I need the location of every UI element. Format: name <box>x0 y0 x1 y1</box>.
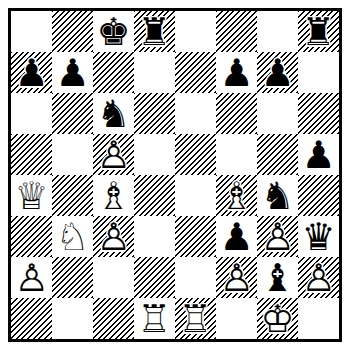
square-e2[interactable] <box>175 257 216 298</box>
white-queen-icon: ♕ <box>11 175 52 216</box>
square-e4[interactable] <box>175 175 216 216</box>
piece-white-king[interactable]: ♚♔ <box>257 298 298 339</box>
square-g2[interactable]: ♝♝ <box>257 257 298 298</box>
square-g3[interactable]: ♟♙ <box>257 216 298 257</box>
square-g1[interactable]: ♚♔ <box>257 298 298 339</box>
black-pawn-icon: ♟ <box>216 216 257 257</box>
square-h7[interactable] <box>298 52 339 93</box>
black-king-icon: ♚ <box>93 11 134 52</box>
black-pawn-icon: ♟ <box>257 52 298 93</box>
square-h2[interactable]: ♟♙ <box>298 257 339 298</box>
piece-black-rook[interactable]: ♜♜ <box>298 11 339 52</box>
square-g4[interactable]: ♞♞ <box>257 175 298 216</box>
piece-white-pawn[interactable]: ♟♙ <box>93 134 134 175</box>
square-d4[interactable] <box>134 175 175 216</box>
piece-white-queen[interactable]: ♛♕ <box>11 175 52 216</box>
white-bishop-icon: ♗ <box>216 175 257 216</box>
black-pawn-icon: ♟ <box>11 52 52 93</box>
square-d6[interactable] <box>134 93 175 134</box>
square-f3[interactable]: ♟♟ <box>216 216 257 257</box>
white-pawn-icon: ♙ <box>93 216 134 257</box>
piece-black-knight[interactable]: ♞♞ <box>257 175 298 216</box>
square-g7[interactable]: ♟♟ <box>257 52 298 93</box>
white-knight-icon: ♘ <box>52 216 93 257</box>
white-pawn-icon: ♙ <box>216 257 257 298</box>
square-c4[interactable]: ♝♗ <box>93 175 134 216</box>
square-e7[interactable] <box>175 52 216 93</box>
black-queen-icon: ♛ <box>298 216 339 257</box>
piece-black-pawn[interactable]: ♟♟ <box>257 52 298 93</box>
square-d1[interactable]: ♜♖ <box>134 298 175 339</box>
square-a7[interactable]: ♟♟ <box>11 52 52 93</box>
square-h6[interactable] <box>298 93 339 134</box>
white-pawn-icon: ♙ <box>298 257 339 298</box>
piece-white-bishop[interactable]: ♝♗ <box>93 175 134 216</box>
square-e5[interactable] <box>175 134 216 175</box>
square-b6[interactable] <box>52 93 93 134</box>
square-c2[interactable] <box>93 257 134 298</box>
square-b7[interactable]: ♟♟ <box>52 52 93 93</box>
square-h3[interactable]: ♛♛ <box>298 216 339 257</box>
piece-black-queen[interactable]: ♛♛ <box>298 216 339 257</box>
square-h1[interactable] <box>298 298 339 339</box>
square-c5[interactable]: ♟♙ <box>93 134 134 175</box>
white-king-icon: ♔ <box>257 298 298 339</box>
piece-black-rook[interactable]: ♜♜ <box>134 11 175 52</box>
square-f4[interactable]: ♝♗ <box>216 175 257 216</box>
square-b1[interactable] <box>52 298 93 339</box>
black-rook-icon: ♜ <box>298 11 339 52</box>
square-f8[interactable] <box>216 11 257 52</box>
square-b3[interactable]: ♞♘ <box>52 216 93 257</box>
piece-white-pawn[interactable]: ♟♙ <box>298 257 339 298</box>
black-bishop-icon: ♝ <box>257 257 298 298</box>
piece-white-pawn[interactable]: ♟♙ <box>216 257 257 298</box>
piece-white-pawn[interactable]: ♟♙ <box>93 216 134 257</box>
piece-black-pawn[interactable]: ♟♟ <box>298 134 339 175</box>
square-d3[interactable] <box>134 216 175 257</box>
square-a8[interactable] <box>11 11 52 52</box>
piece-black-knight[interactable]: ♞♞ <box>93 93 134 134</box>
square-d5[interactable] <box>134 134 175 175</box>
square-a4[interactable]: ♛♕ <box>11 175 52 216</box>
square-c7[interactable] <box>93 52 134 93</box>
white-pawn-icon: ♙ <box>257 216 298 257</box>
piece-white-rook[interactable]: ♜♖ <box>175 298 216 339</box>
black-knight-icon: ♞ <box>93 93 134 134</box>
square-a1[interactable] <box>11 298 52 339</box>
square-c6[interactable]: ♞♞ <box>93 93 134 134</box>
piece-black-pawn[interactable]: ♟♟ <box>52 52 93 93</box>
square-f7[interactable]: ♟♟ <box>216 52 257 93</box>
black-pawn-icon: ♟ <box>52 52 93 93</box>
square-e8[interactable] <box>175 11 216 52</box>
white-rook-icon: ♖ <box>134 298 175 339</box>
black-pawn-icon: ♟ <box>298 134 339 175</box>
piece-white-bishop[interactable]: ♝♗ <box>216 175 257 216</box>
white-bishop-icon: ♗ <box>93 175 134 216</box>
piece-black-pawn[interactable]: ♟♟ <box>216 52 257 93</box>
black-pawn-icon: ♟ <box>216 52 257 93</box>
square-b2[interactable] <box>52 257 93 298</box>
chess-board: ♚♚♜♜♜♜♟♟♟♟♟♟♟♟♞♞♟♙♟♟♛♕♝♗♝♗♞♞♞♘♟♙♟♟♟♙♛♛♟♙… <box>8 8 342 342</box>
square-d2[interactable] <box>134 257 175 298</box>
piece-black-pawn[interactable]: ♟♟ <box>11 52 52 93</box>
square-c8[interactable]: ♚♚ <box>93 11 134 52</box>
chess-diagram: ♚♚♜♜♜♜♟♟♟♟♟♟♟♟♞♞♟♙♟♟♛♕♝♗♝♗♞♞♞♘♟♙♟♟♟♙♛♛♟♙… <box>0 0 350 350</box>
piece-white-knight[interactable]: ♞♘ <box>52 216 93 257</box>
square-h4[interactable] <box>298 175 339 216</box>
black-rook-icon: ♜ <box>134 11 175 52</box>
square-e3[interactable] <box>175 216 216 257</box>
square-e6[interactable] <box>175 93 216 134</box>
piece-black-bishop[interactable]: ♝♝ <box>257 257 298 298</box>
square-f5[interactable] <box>216 134 257 175</box>
square-b4[interactable] <box>52 175 93 216</box>
square-g5[interactable] <box>257 134 298 175</box>
piece-black-pawn[interactable]: ♟♟ <box>216 216 257 257</box>
square-g8[interactable] <box>257 11 298 52</box>
piece-white-pawn[interactable]: ♟♙ <box>257 216 298 257</box>
square-a3[interactable] <box>11 216 52 257</box>
square-a5[interactable] <box>11 134 52 175</box>
black-knight-icon: ♞ <box>257 175 298 216</box>
piece-black-king[interactable]: ♚♚ <box>93 11 134 52</box>
piece-white-pawn[interactable]: ♟♙ <box>11 257 52 298</box>
white-pawn-icon: ♙ <box>93 134 134 175</box>
square-e1[interactable]: ♜♖ <box>175 298 216 339</box>
square-a6[interactable] <box>11 93 52 134</box>
square-d7[interactable] <box>134 52 175 93</box>
white-pawn-icon: ♙ <box>11 257 52 298</box>
square-h8[interactable]: ♜♜ <box>298 11 339 52</box>
square-d8[interactable]: ♜♜ <box>134 11 175 52</box>
square-c3[interactable]: ♟♙ <box>93 216 134 257</box>
white-rook-icon: ♖ <box>175 298 216 339</box>
square-g6[interactable] <box>257 93 298 134</box>
square-f1[interactable] <box>216 298 257 339</box>
square-b5[interactable] <box>52 134 93 175</box>
square-a2[interactable]: ♟♙ <box>11 257 52 298</box>
square-b8[interactable] <box>52 11 93 52</box>
square-f2[interactable]: ♟♙ <box>216 257 257 298</box>
square-h5[interactable]: ♟♟ <box>298 134 339 175</box>
square-f6[interactable] <box>216 93 257 134</box>
piece-white-rook[interactable]: ♜♖ <box>134 298 175 339</box>
square-c1[interactable] <box>93 298 134 339</box>
